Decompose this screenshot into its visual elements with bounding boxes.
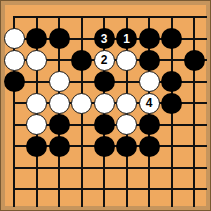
black-stone	[161, 71, 182, 92]
white-stone	[116, 93, 137, 114]
stones-grid: 3124	[3, 6, 206, 200]
white-stone	[71, 93, 92, 114]
white-stone	[49, 93, 70, 114]
white-stone	[49, 71, 70, 92]
black-stone	[139, 28, 160, 49]
black-stone	[94, 136, 115, 157]
black-stone	[94, 71, 115, 92]
black-stone	[139, 136, 160, 157]
black-stone	[4, 71, 25, 92]
black-stone	[161, 28, 182, 49]
black-stone	[94, 114, 115, 135]
white-stone	[4, 28, 25, 49]
white-stone	[116, 50, 137, 71]
move-number-label: 1	[123, 33, 130, 45]
black-stone: 1	[116, 28, 137, 49]
black-stone	[49, 136, 70, 157]
white-stone	[4, 50, 25, 71]
go-board: 3124	[0, 0, 211, 211]
black-stone	[71, 50, 92, 71]
move-number-label: 2	[101, 54, 108, 66]
white-stone	[26, 50, 47, 71]
go-diagram: 3124	[0, 0, 211, 211]
black-stone	[49, 114, 70, 135]
white-stone	[139, 71, 160, 92]
white-stone	[26, 93, 47, 114]
black-stone	[49, 28, 70, 49]
black-stone	[26, 136, 47, 157]
white-stone	[26, 114, 47, 135]
move-number-label: 3	[101, 33, 108, 45]
black-stone: 3	[94, 28, 115, 49]
white-stone: 4	[139, 93, 160, 114]
black-stone	[184, 50, 205, 71]
black-stone	[139, 114, 160, 135]
white-stone: 2	[94, 50, 115, 71]
white-stone	[116, 114, 137, 135]
move-number-label: 4	[146, 97, 153, 109]
white-stone	[94, 93, 115, 114]
black-stone	[161, 93, 182, 114]
black-stone	[116, 136, 137, 157]
black-stone	[139, 50, 160, 71]
black-stone	[26, 28, 47, 49]
